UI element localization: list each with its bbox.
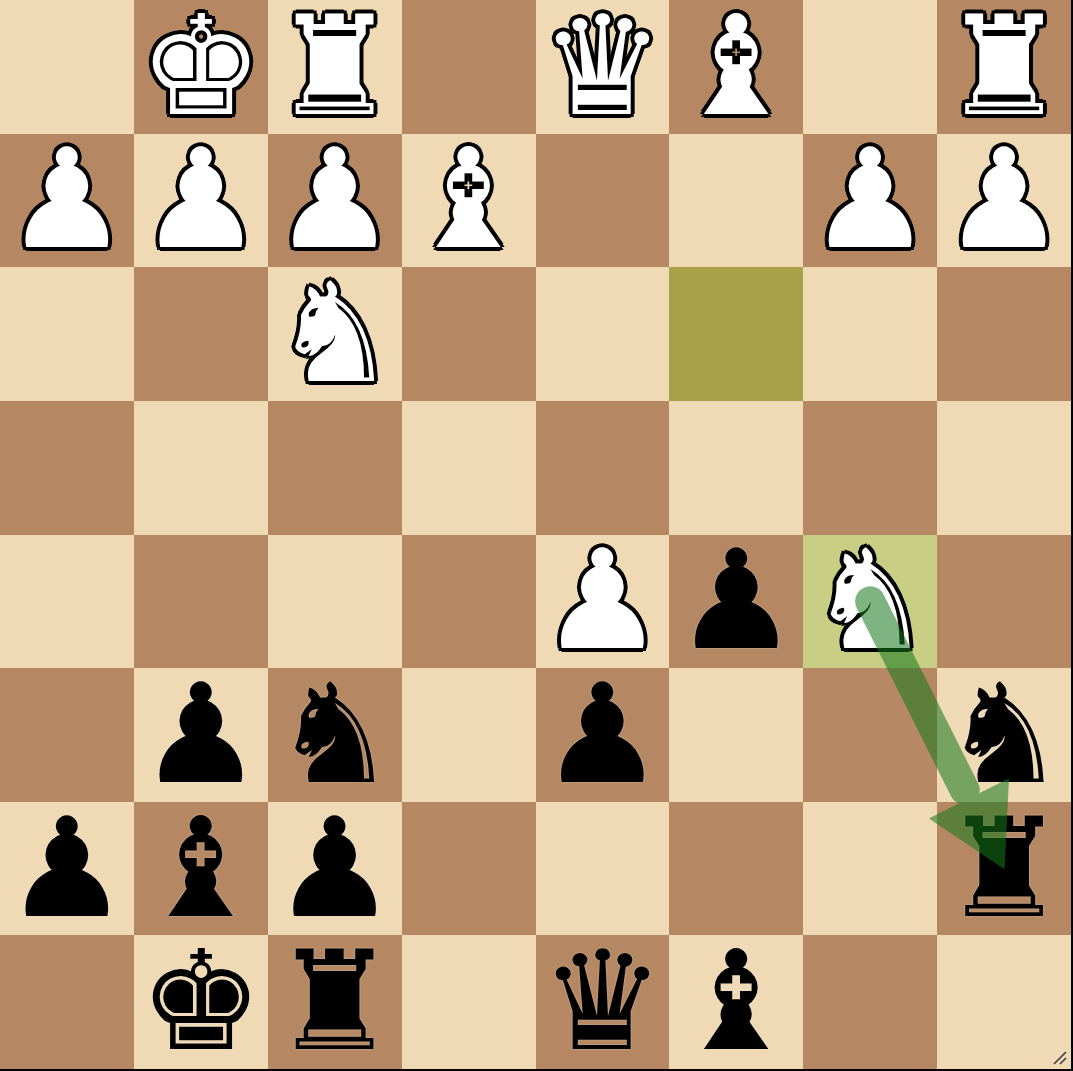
- square-b2[interactable]: ♟: [803, 134, 937, 268]
- white-pawn[interactable]: ♟: [268, 134, 402, 268]
- square-a5[interactable]: [937, 535, 1071, 669]
- square-a4[interactable]: [937, 401, 1071, 535]
- white-knight[interactable]: ♞: [268, 267, 402, 401]
- square-c8[interactable]: ♝: [669, 935, 803, 1069]
- chess-app-stage: ♚♜♛♝♜♟♟♟♝♟♟♞♟♟♞♟♞♟♞♟♝♟♜♚♜♛♝hgfedcba12345…: [0, 0, 1073, 1071]
- square-h5[interactable]: [0, 535, 134, 669]
- square-f8[interactable]: ♜: [268, 935, 402, 1069]
- square-b1[interactable]: [803, 0, 937, 134]
- white-bishop[interactable]: ♝: [402, 134, 536, 268]
- square-e3[interactable]: [402, 267, 536, 401]
- white-queen[interactable]: ♛: [536, 0, 670, 134]
- square-c1[interactable]: ♝: [669, 0, 803, 134]
- black-bishop[interactable]: ♝: [134, 802, 268, 936]
- square-e8[interactable]: [402, 935, 536, 1069]
- square-g7[interactable]: ♝: [134, 802, 268, 936]
- square-b3[interactable]: [803, 267, 937, 401]
- square-h2[interactable]: ♟: [0, 134, 134, 268]
- square-a1[interactable]: ♜: [937, 0, 1071, 134]
- square-f3[interactable]: ♞: [268, 267, 402, 401]
- white-king[interactable]: ♚: [134, 0, 268, 134]
- square-g4[interactable]: [134, 401, 268, 535]
- square-a7[interactable]: ♜: [937, 802, 1071, 936]
- square-d2[interactable]: [536, 134, 670, 268]
- square-f4[interactable]: [268, 401, 402, 535]
- square-g1[interactable]: ♚: [134, 0, 268, 134]
- square-d4[interactable]: [536, 401, 670, 535]
- square-c7[interactable]: [669, 802, 803, 936]
- square-a6[interactable]: ♞: [937, 668, 1071, 802]
- square-c3[interactable]: [669, 267, 803, 401]
- square-h8[interactable]: [0, 935, 134, 1069]
- black-king[interactable]: ♚: [134, 935, 268, 1069]
- square-b7[interactable]: [803, 802, 937, 936]
- square-d3[interactable]: [536, 267, 670, 401]
- square-g6[interactable]: ♟: [134, 668, 268, 802]
- square-h1[interactable]: [0, 0, 134, 134]
- square-d7[interactable]: [536, 802, 670, 936]
- square-c5[interactable]: ♟: [669, 535, 803, 669]
- black-pawn[interactable]: ♟: [669, 535, 803, 669]
- black-knight[interactable]: ♞: [937, 668, 1071, 802]
- square-d5[interactable]: ♟: [536, 535, 670, 669]
- white-pawn[interactable]: ♟: [134, 134, 268, 268]
- square-h7[interactable]: ♟: [0, 802, 134, 936]
- square-e7[interactable]: [402, 802, 536, 936]
- square-e6[interactable]: [402, 668, 536, 802]
- square-h3[interactable]: [0, 267, 134, 401]
- square-e1[interactable]: [402, 0, 536, 134]
- square-c2[interactable]: [669, 134, 803, 268]
- square-a3[interactable]: [937, 267, 1071, 401]
- black-pawn[interactable]: ♟: [0, 802, 134, 936]
- white-pawn[interactable]: ♟: [536, 535, 670, 669]
- black-knight[interactable]: ♞: [268, 668, 402, 802]
- square-d8[interactable]: ♛: [536, 935, 670, 1069]
- white-knight[interactable]: ♞: [803, 535, 937, 669]
- square-e5[interactable]: [402, 535, 536, 669]
- white-rook[interactable]: ♜: [268, 0, 402, 134]
- square-e2[interactable]: ♝: [402, 134, 536, 268]
- square-f7[interactable]: ♟: [268, 802, 402, 936]
- square-f2[interactable]: ♟: [268, 134, 402, 268]
- black-pawn[interactable]: ♟: [536, 668, 670, 802]
- square-b4[interactable]: [803, 401, 937, 535]
- white-pawn[interactable]: ♟: [937, 134, 1071, 268]
- square-b6[interactable]: [803, 668, 937, 802]
- resize-handle-icon[interactable]: [1051, 1049, 1069, 1067]
- white-rook[interactable]: ♜: [937, 0, 1071, 134]
- square-g5[interactable]: [134, 535, 268, 669]
- square-g8[interactable]: ♚: [134, 935, 268, 1069]
- square-d6[interactable]: ♟: [536, 668, 670, 802]
- square-c4[interactable]: [669, 401, 803, 535]
- square-c6[interactable]: [669, 668, 803, 802]
- square-g2[interactable]: ♟: [134, 134, 268, 268]
- square-f6[interactable]: ♞: [268, 668, 402, 802]
- square-f1[interactable]: ♜: [268, 0, 402, 134]
- black-pawn[interactable]: ♟: [134, 668, 268, 802]
- square-h4[interactable]: [0, 401, 134, 535]
- square-a2[interactable]: ♟: [937, 134, 1071, 268]
- white-pawn[interactable]: ♟: [0, 134, 134, 268]
- chess-board: ♚♜♛♝♜♟♟♟♝♟♟♞♟♟♞♟♞♟♞♟♝♟♜♚♜♛♝hgfedcba12345…: [0, 0, 1071, 1069]
- white-bishop[interactable]: ♝: [669, 0, 803, 134]
- black-rook[interactable]: ♜: [268, 935, 402, 1069]
- square-e4[interactable]: [402, 401, 536, 535]
- black-bishop[interactable]: ♝: [669, 935, 803, 1069]
- black-queen[interactable]: ♛: [536, 935, 670, 1069]
- square-d1[interactable]: ♛: [536, 0, 670, 134]
- black-pawn[interactable]: ♟: [268, 802, 402, 936]
- square-f5[interactable]: [268, 535, 402, 669]
- square-b8[interactable]: [803, 935, 937, 1069]
- square-h6[interactable]: [0, 668, 134, 802]
- square-b5[interactable]: ♞: [803, 535, 937, 669]
- black-rook[interactable]: ♜: [937, 802, 1071, 936]
- square-g3[interactable]: [134, 267, 268, 401]
- white-pawn[interactable]: ♟: [803, 134, 937, 268]
